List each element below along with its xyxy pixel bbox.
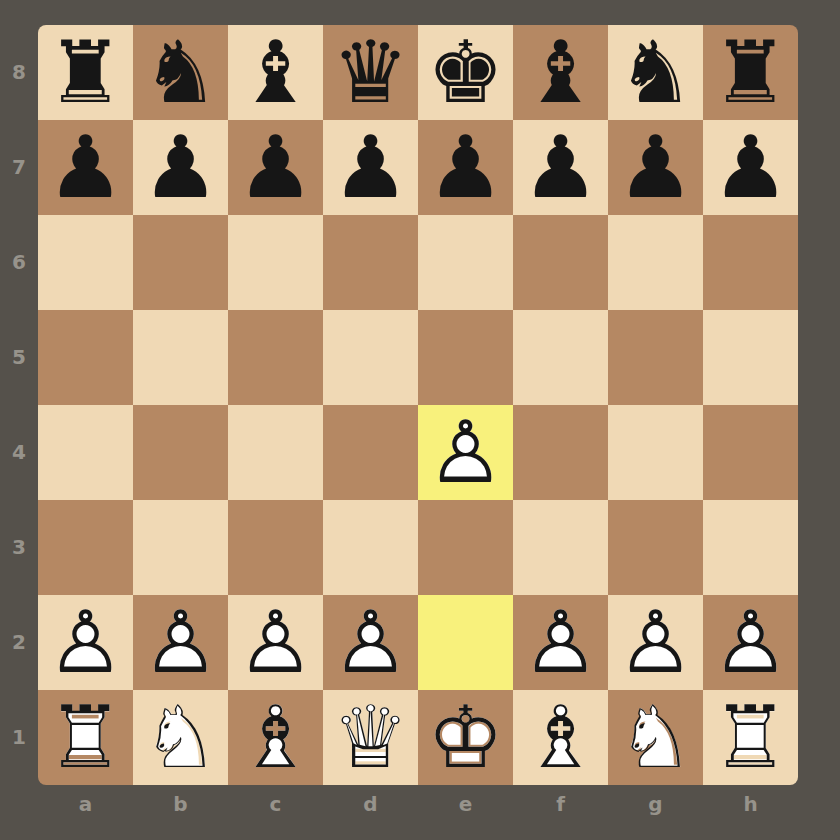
white-bishop[interactable]: ♝♗ (513, 690, 608, 785)
square-e3[interactable] (418, 500, 513, 595)
square-g6[interactable] (608, 215, 703, 310)
piece-body: ♟ (513, 120, 608, 215)
square-f2[interactable]: ♟♙ (513, 595, 608, 690)
white-queen[interactable]: ♛♕ (323, 690, 418, 785)
file-label-g: g (608, 785, 703, 823)
square-a3[interactable] (38, 500, 133, 595)
white-knight[interactable]: ♞♘ (133, 690, 228, 785)
piece-outline: ♙ (228, 595, 323, 690)
piece-outline: ♙ (703, 595, 798, 690)
white-pawn[interactable]: ♟♙ (608, 595, 703, 690)
piece-outline: ♙ (418, 405, 513, 500)
black-pawn[interactable]: ♟ (323, 120, 418, 215)
piece-body: ♞ (608, 25, 703, 120)
square-h1[interactable]: ♜♖ (703, 690, 798, 785)
white-pawn[interactable]: ♟♙ (513, 595, 608, 690)
square-a7[interactable]: ♟ (38, 120, 133, 215)
file-coordinates: abcdefgh (38, 785, 798, 823)
white-pawn[interactable]: ♟♙ (418, 405, 513, 500)
white-pawn[interactable]: ♟♙ (133, 595, 228, 690)
square-g4[interactable] (608, 405, 703, 500)
piece-outline: ♗ (513, 690, 608, 785)
rank-label-3: 3 (0, 500, 38, 595)
square-d4[interactable] (323, 405, 418, 500)
square-d5[interactable] (323, 310, 418, 405)
rank-label-5: 5 (0, 310, 38, 405)
square-b1[interactable]: ♞♘ (133, 690, 228, 785)
piece-body: ♛ (323, 25, 418, 120)
file-label-h: h (703, 785, 798, 823)
chess-app-background: ♜♞♝♛♚♝♞♜♟♟♟♟♟♟♟♟♟♙♟♙♟♙♟♙♟♙♟♙♟♙♟♙♜♖♞♘♝♗♛♕… (0, 0, 840, 840)
rank-label-6: 6 (0, 215, 38, 310)
black-pawn[interactable]: ♟ (38, 120, 133, 215)
piece-outline: ♙ (323, 595, 418, 690)
square-e1[interactable]: ♚♔ (418, 690, 513, 785)
white-pawn[interactable]: ♟♙ (228, 595, 323, 690)
black-pawn[interactable]: ♟ (513, 120, 608, 215)
square-g8[interactable]: ♞ (608, 25, 703, 120)
square-h4[interactable] (703, 405, 798, 500)
square-d3[interactable] (323, 500, 418, 595)
black-pawn[interactable]: ♟ (133, 120, 228, 215)
piece-body: ♟ (323, 120, 418, 215)
piece-outline: ♖ (38, 690, 133, 785)
piece-body: ♝ (513, 25, 608, 120)
square-g5[interactable] (608, 310, 703, 405)
piece-body: ♟ (38, 120, 133, 215)
piece-outline: ♙ (608, 595, 703, 690)
piece-body: ♟ (703, 120, 798, 215)
square-a6[interactable] (38, 215, 133, 310)
white-pawn[interactable]: ♟♙ (323, 595, 418, 690)
piece-outline: ♘ (608, 690, 703, 785)
square-e5[interactable] (418, 310, 513, 405)
piece-outline: ♖ (703, 690, 798, 785)
black-pawn[interactable]: ♟ (228, 120, 323, 215)
black-queen[interactable]: ♛ (323, 25, 418, 120)
square-c1[interactable]: ♝♗ (228, 690, 323, 785)
square-g1[interactable]: ♞♘ (608, 690, 703, 785)
square-e2[interactable] (418, 595, 513, 690)
square-f4[interactable] (513, 405, 608, 500)
square-e6[interactable] (418, 215, 513, 310)
piece-body: ♟ (418, 120, 513, 215)
square-f1[interactable]: ♝♗ (513, 690, 608, 785)
white-knight[interactable]: ♞♘ (608, 690, 703, 785)
square-d7[interactable]: ♟ (323, 120, 418, 215)
file-label-c: c (228, 785, 323, 823)
file-label-e: e (418, 785, 513, 823)
square-e8[interactable]: ♚ (418, 25, 513, 120)
white-king[interactable]: ♚♔ (418, 690, 513, 785)
square-d1[interactable]: ♛♕ (323, 690, 418, 785)
square-f3[interactable] (513, 500, 608, 595)
black-knight[interactable]: ♞ (608, 25, 703, 120)
square-c3[interactable] (228, 500, 323, 595)
square-a2[interactable]: ♟♙ (38, 595, 133, 690)
black-pawn[interactable]: ♟ (608, 120, 703, 215)
black-king[interactable]: ♚ (418, 25, 513, 120)
piece-body: ♜ (38, 25, 133, 120)
piece-body: ♞ (133, 25, 228, 120)
black-pawn[interactable]: ♟ (418, 120, 513, 215)
rank-label-4: 4 (0, 405, 38, 500)
square-b6[interactable] (133, 215, 228, 310)
chess-board: ♜♞♝♛♚♝♞♜♟♟♟♟♟♟♟♟♟♙♟♙♟♙♟♙♟♙♟♙♟♙♟♙♜♖♞♘♝♗♛♕… (38, 25, 798, 785)
square-h3[interactable] (703, 500, 798, 595)
square-h6[interactable] (703, 215, 798, 310)
square-d8[interactable]: ♛ (323, 25, 418, 120)
square-c2[interactable]: ♟♙ (228, 595, 323, 690)
white-pawn[interactable]: ♟♙ (38, 595, 133, 690)
rank-label-7: 7 (0, 120, 38, 215)
square-c6[interactable] (228, 215, 323, 310)
white-pawn[interactable]: ♟♙ (703, 595, 798, 690)
square-h8[interactable]: ♜ (703, 25, 798, 120)
piece-body: ♜ (703, 25, 798, 120)
white-bishop[interactable]: ♝♗ (228, 690, 323, 785)
white-rook[interactable]: ♜♖ (703, 690, 798, 785)
square-e4[interactable]: ♟♙ (418, 405, 513, 500)
square-c7[interactable]: ♟ (228, 120, 323, 215)
square-h7[interactable]: ♟ (703, 120, 798, 215)
piece-body: ♟ (228, 120, 323, 215)
square-b3[interactable] (133, 500, 228, 595)
rank-coordinates: 87654321 (0, 25, 38, 785)
square-c8[interactable]: ♝ (228, 25, 323, 120)
square-c5[interactable] (228, 310, 323, 405)
file-label-d: d (323, 785, 418, 823)
rank-label-2: 2 (0, 595, 38, 690)
black-rook[interactable]: ♜ (38, 25, 133, 120)
square-d2[interactable]: ♟♙ (323, 595, 418, 690)
rank-label-8: 8 (0, 25, 38, 120)
piece-outline: ♘ (133, 690, 228, 785)
square-g2[interactable]: ♟♙ (608, 595, 703, 690)
square-g3[interactable] (608, 500, 703, 595)
square-f8[interactable]: ♝ (513, 25, 608, 120)
piece-body: ♟ (133, 120, 228, 215)
rank-label-1: 1 (0, 690, 38, 785)
piece-body: ♟ (608, 120, 703, 215)
square-a5[interactable] (38, 310, 133, 405)
black-bishop[interactable]: ♝ (228, 25, 323, 120)
square-b8[interactable]: ♞ (133, 25, 228, 120)
piece-outline: ♙ (133, 595, 228, 690)
square-b4[interactable] (133, 405, 228, 500)
piece-outline: ♕ (323, 690, 418, 785)
black-rook[interactable]: ♜ (703, 25, 798, 120)
piece-outline: ♗ (228, 690, 323, 785)
square-h2[interactable]: ♟♙ (703, 595, 798, 690)
square-b5[interactable] (133, 310, 228, 405)
square-c4[interactable] (228, 405, 323, 500)
square-a8[interactable]: ♜ (38, 25, 133, 120)
square-f7[interactable]: ♟ (513, 120, 608, 215)
square-f6[interactable] (513, 215, 608, 310)
piece-outline: ♔ (418, 690, 513, 785)
file-label-f: f (513, 785, 608, 823)
square-a4[interactable] (38, 405, 133, 500)
square-g7[interactable]: ♟ (608, 120, 703, 215)
black-knight[interactable]: ♞ (133, 25, 228, 120)
square-f5[interactable] (513, 310, 608, 405)
piece-body: ♝ (228, 25, 323, 120)
square-a1[interactable]: ♜♖ (38, 690, 133, 785)
square-b7[interactable]: ♟ (133, 120, 228, 215)
white-rook[interactable]: ♜♖ (38, 690, 133, 785)
square-d6[interactable] (323, 215, 418, 310)
file-label-b: b (133, 785, 228, 823)
black-pawn[interactable]: ♟ (703, 120, 798, 215)
file-label-a: a (38, 785, 133, 823)
square-e7[interactable]: ♟ (418, 120, 513, 215)
piece-body: ♚ (418, 25, 513, 120)
piece-outline: ♙ (513, 595, 608, 690)
square-b2[interactable]: ♟♙ (133, 595, 228, 690)
square-h5[interactable] (703, 310, 798, 405)
piece-outline: ♙ (38, 595, 133, 690)
black-bishop[interactable]: ♝ (513, 25, 608, 120)
